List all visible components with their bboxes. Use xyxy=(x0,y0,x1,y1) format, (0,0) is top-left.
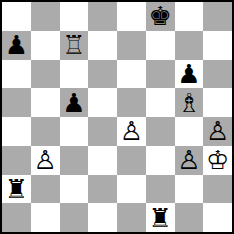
square-e7[interactable] xyxy=(117,31,146,60)
square-f5[interactable] xyxy=(146,88,175,117)
piece-white-pawn: ♙ xyxy=(206,118,229,144)
square-d4[interactable] xyxy=(88,117,117,146)
square-c3[interactable] xyxy=(60,146,89,175)
square-d6[interactable] xyxy=(88,60,117,89)
square-b4[interactable] xyxy=(31,117,60,146)
square-g5[interactable]: ♗ xyxy=(175,88,204,117)
square-f8[interactable]: ♚ xyxy=(146,2,175,31)
square-e6[interactable] xyxy=(117,60,146,89)
square-c8[interactable] xyxy=(60,2,89,31)
square-h5[interactable] xyxy=(203,88,232,117)
piece-white-pawn: ♙ xyxy=(120,118,143,144)
piece-black-rook: ♜ xyxy=(148,205,171,231)
square-f2[interactable] xyxy=(146,175,175,204)
square-g2[interactable] xyxy=(175,175,204,204)
square-e1[interactable] xyxy=(117,203,146,232)
square-f7[interactable] xyxy=(146,31,175,60)
square-a5[interactable] xyxy=(2,88,31,117)
piece-black-king: ♚ xyxy=(148,3,171,29)
square-c5[interactable]: ♟ xyxy=(60,88,89,117)
square-e3[interactable] xyxy=(117,146,146,175)
square-g3[interactable]: ♙ xyxy=(175,146,204,175)
piece-white-bishop: ♗ xyxy=(177,90,200,116)
square-g1[interactable] xyxy=(175,203,204,232)
square-h1[interactable] xyxy=(203,203,232,232)
square-e2[interactable] xyxy=(117,175,146,204)
square-a3[interactable] xyxy=(2,146,31,175)
square-h8[interactable] xyxy=(203,2,232,31)
square-g7[interactable] xyxy=(175,31,204,60)
square-h2[interactable] xyxy=(203,175,232,204)
square-a1[interactable] xyxy=(2,203,31,232)
square-g4[interactable] xyxy=(175,117,204,146)
square-g6[interactable]: ♟ xyxy=(175,60,204,89)
square-a7[interactable]: ♟ xyxy=(2,31,31,60)
square-d1[interactable] xyxy=(88,203,117,232)
square-a8[interactable] xyxy=(2,2,31,31)
square-b5[interactable] xyxy=(31,88,60,117)
square-f3[interactable] xyxy=(146,146,175,175)
square-e5[interactable] xyxy=(117,88,146,117)
square-a4[interactable] xyxy=(2,117,31,146)
square-b2[interactable] xyxy=(31,175,60,204)
chess-board: ♚♟♖♟♟♗♙♙♙♙♔♜♜ xyxy=(0,0,234,234)
square-a2[interactable]: ♜ xyxy=(2,175,31,204)
piece-black-pawn: ♟ xyxy=(62,90,85,116)
square-g8[interactable] xyxy=(175,2,204,31)
piece-black-pawn: ♟ xyxy=(5,32,28,58)
square-d5[interactable] xyxy=(88,88,117,117)
square-a6[interactable] xyxy=(2,60,31,89)
piece-black-rook: ♜ xyxy=(5,176,28,202)
square-b6[interactable] xyxy=(31,60,60,89)
square-c2[interactable] xyxy=(60,175,89,204)
square-c1[interactable] xyxy=(60,203,89,232)
piece-white-king: ♔ xyxy=(206,147,229,173)
square-e4[interactable]: ♙ xyxy=(117,117,146,146)
piece-white-rook: ♖ xyxy=(62,32,85,58)
square-d8[interactable] xyxy=(88,2,117,31)
square-f1[interactable]: ♜ xyxy=(146,203,175,232)
square-c4[interactable] xyxy=(60,117,89,146)
piece-white-pawn: ♙ xyxy=(177,147,200,173)
square-d3[interactable] xyxy=(88,146,117,175)
piece-black-pawn: ♟ xyxy=(177,61,200,87)
square-e8[interactable] xyxy=(117,2,146,31)
square-b7[interactable] xyxy=(31,31,60,60)
square-d2[interactable] xyxy=(88,175,117,204)
square-b1[interactable] xyxy=(31,203,60,232)
square-b3[interactable]: ♙ xyxy=(31,146,60,175)
square-h6[interactable] xyxy=(203,60,232,89)
square-h4[interactable]: ♙ xyxy=(203,117,232,146)
square-d7[interactable] xyxy=(88,31,117,60)
square-h3[interactable]: ♔ xyxy=(203,146,232,175)
square-c6[interactable] xyxy=(60,60,89,89)
square-b8[interactable] xyxy=(31,2,60,31)
square-f4[interactable] xyxy=(146,117,175,146)
piece-white-pawn: ♙ xyxy=(33,147,56,173)
square-f6[interactable] xyxy=(146,60,175,89)
square-h7[interactable] xyxy=(203,31,232,60)
square-c7[interactable]: ♖ xyxy=(60,31,89,60)
